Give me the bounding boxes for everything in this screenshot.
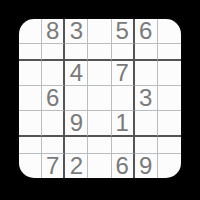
sudoku-cell[interactable] (135, 137, 158, 154)
sudoku-board: 83564763917269 (19, 19, 181, 178)
sudoku-cell[interactable] (112, 44, 135, 61)
sudoku-cell[interactable]: 7 (112, 61, 135, 86)
sudoku-cell[interactable] (19, 86, 42, 111)
sudoku-cell[interactable]: 7 (42, 154, 65, 178)
sudoku-cell[interactable] (158, 154, 181, 178)
cell-digit: 7 (46, 154, 59, 178)
sudoku-cell[interactable]: 2 (65, 154, 88, 178)
cell-digit: 9 (70, 111, 83, 135)
sudoku-cell[interactable]: 5 (112, 19, 135, 44)
cell-digit: 3 (70, 19, 83, 43)
sudoku-cell[interactable] (42, 61, 65, 86)
sudoku-cell[interactable] (158, 111, 181, 137)
sudoku-cell[interactable]: 3 (65, 19, 88, 44)
sudoku-cell[interactable] (158, 44, 181, 61)
sudoku-cell[interactable]: 8 (42, 19, 65, 44)
sudoku-cell[interactable] (42, 44, 65, 61)
app-background: 83564763917269 (0, 0, 200, 200)
sudoku-cell[interactable] (88, 86, 111, 111)
sudoku-cell[interactable] (65, 86, 88, 111)
cell-digit: 6 (139, 19, 152, 43)
sudoku-cell[interactable] (88, 19, 111, 44)
cell-digit: 9 (139, 154, 152, 178)
sudoku-cell[interactable] (135, 61, 158, 86)
sudoku-cell[interactable] (135, 44, 158, 61)
sudoku-cell[interactable] (88, 61, 111, 86)
sudoku-cell[interactable]: 6 (135, 19, 158, 44)
cell-digit: 5 (115, 19, 128, 43)
sudoku-cell[interactable] (158, 61, 181, 86)
sudoku-cell[interactable] (88, 154, 111, 178)
sudoku-cell[interactable] (19, 19, 42, 44)
cell-digit: 1 (115, 111, 128, 135)
sudoku-cell[interactable] (42, 137, 65, 154)
sudoku-cell[interactable] (88, 44, 111, 61)
sudoku-cell[interactable] (19, 44, 42, 61)
sudoku-cell[interactable] (65, 44, 88, 61)
cell-digit: 4 (70, 61, 83, 85)
cell-digit: 7 (115, 61, 128, 85)
sudoku-cell[interactable] (19, 137, 42, 154)
sudoku-cell[interactable] (112, 137, 135, 154)
sudoku-cell[interactable] (19, 61, 42, 86)
sudoku-cell[interactable] (88, 137, 111, 154)
sudoku-cell[interactable]: 6 (112, 154, 135, 178)
sudoku-cell[interactable] (42, 111, 65, 137)
sudoku-cell[interactable] (135, 111, 158, 137)
sudoku-cell[interactable] (158, 137, 181, 154)
sudoku-cell[interactable] (88, 111, 111, 137)
sudoku-cell[interactable] (19, 111, 42, 137)
sudoku-cell[interactable] (158, 19, 181, 44)
sudoku-cell[interactable]: 6 (42, 86, 65, 111)
sudoku-cell[interactable]: 9 (65, 111, 88, 137)
sudoku-cell[interactable] (19, 154, 42, 178)
sudoku-cell[interactable]: 4 (65, 61, 88, 86)
cell-digit: 2 (70, 154, 83, 178)
sudoku-cell[interactable]: 9 (135, 154, 158, 178)
cell-digit: 8 (46, 19, 59, 43)
cell-digit: 6 (46, 86, 59, 110)
sudoku-cell[interactable]: 1 (112, 111, 135, 137)
sudoku-cell[interactable] (65, 137, 88, 154)
sudoku-cell[interactable] (112, 86, 135, 111)
cell-digit: 3 (139, 86, 152, 110)
sudoku-cell[interactable] (158, 86, 181, 111)
sudoku-cell[interactable]: 3 (135, 86, 158, 111)
cell-digit: 6 (115, 154, 128, 178)
